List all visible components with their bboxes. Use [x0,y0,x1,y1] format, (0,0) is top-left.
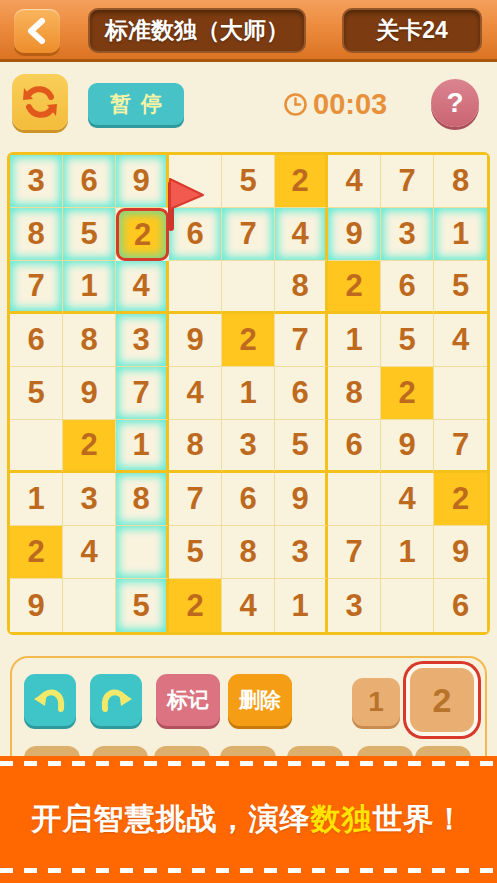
cell-r1-c7[interactable]: 4 [328,155,381,208]
cell-r7-c2[interactable]: 3 [63,473,116,526]
cell-r5-c5[interactable]: 1 [222,367,275,420]
dashed-line-bottom [0,868,497,873]
cell-r9-c6[interactable]: 1 [275,579,328,632]
pause-button[interactable]: 暂停 [88,83,184,125]
cell-r2-c3[interactable]: 2 [116,208,169,261]
cell-r9-c2[interactable] [63,579,116,632]
cell-r6-c1[interactable] [10,420,63,473]
undo-arrow-icon [33,685,67,715]
clock-icon [283,92,308,117]
cell-r4-c2[interactable]: 8 [63,314,116,367]
cell-r4-c1[interactable]: 6 [10,314,63,367]
cell-r1-c4[interactable] [169,155,222,208]
cell-r7-c6[interactable]: 9 [275,473,328,526]
header-bar: 标准数独（大师） 关卡24 [0,0,497,62]
cell-r2-c2[interactable]: 5 [63,208,116,261]
refresh-icon [21,83,59,121]
cell-r3-c6[interactable]: 8 [275,261,328,314]
cell-r5-c3[interactable]: 7 [116,367,169,420]
cell-r2-c6[interactable]: 4 [275,208,328,261]
cell-r9-c9[interactable]: 6 [434,579,487,632]
cell-r3-c1[interactable]: 7 [10,261,63,314]
cell-r9-c5[interactable]: 4 [222,579,275,632]
mark-button[interactable]: 标记 [156,674,220,726]
cell-r8-c7[interactable]: 7 [328,526,381,579]
cell-r7-c9[interactable]: 2 [434,473,487,526]
cell-r5-c2[interactable]: 9 [63,367,116,420]
cell-r9-c4[interactable]: 2 [169,579,222,632]
cell-r8-c3[interactable] [116,526,169,579]
cell-r2-c9[interactable]: 1 [434,208,487,261]
cell-r6-c3[interactable]: 1 [116,420,169,473]
cell-r2-c4[interactable]: 6 [169,208,222,261]
cell-r3-c5[interactable] [222,261,275,314]
cell-r1-c6[interactable]: 2 [275,155,328,208]
cell-r2-c1[interactable]: 8 [10,208,63,261]
promo-text: 开启智慧挑战，演绎数独世界！ [32,799,466,840]
cell-r4-c9[interactable]: 4 [434,314,487,367]
cell-r9-c1[interactable]: 9 [10,579,63,632]
cell-r1-c9[interactable]: 8 [434,155,487,208]
cell-r3-c2[interactable]: 1 [63,261,116,314]
cell-r8-c4[interactable]: 5 [169,526,222,579]
cell-r8-c9[interactable]: 9 [434,526,487,579]
cell-r2-c8[interactable]: 3 [381,208,434,261]
cell-r3-c4[interactable] [169,261,222,314]
cell-r7-c7[interactable] [328,473,381,526]
redo-button[interactable] [90,674,142,726]
cell-r3-c8[interactable]: 6 [381,261,434,314]
cell-r2-c7[interactable]: 9 [328,208,381,261]
cell-r5-c6[interactable]: 6 [275,367,328,420]
cell-r6-c2[interactable]: 2 [63,420,116,473]
sudoku-board: 3695247885267493171482656839271545974168… [7,152,490,635]
cell-r3-c3[interactable]: 4 [116,261,169,314]
cell-r3-c7[interactable]: 2 [328,261,381,314]
promo-banner[interactable]: 开启智慧挑战，演绎数独世界！ [0,756,497,883]
cell-r5-c7[interactable]: 8 [328,367,381,420]
cell-r1-c5[interactable]: 5 [222,155,275,208]
dashed-line-top [0,761,497,766]
cell-r6-c6[interactable]: 5 [275,420,328,473]
cell-r2-c5[interactable]: 7 [222,208,275,261]
level-badge: 关卡24 [342,8,482,53]
cell-r8-c2[interactable]: 4 [63,526,116,579]
cell-r7-c1[interactable]: 1 [10,473,63,526]
cell-r7-c4[interactable]: 7 [169,473,222,526]
question-mark-icon: ? [446,87,463,119]
cell-r5-c4[interactable]: 4 [169,367,222,420]
redo-arrow-icon [99,685,133,715]
cell-r4-c7[interactable]: 1 [328,314,381,367]
cell-r5-c1[interactable]: 5 [10,367,63,420]
page-title: 标准数独（大师） [88,8,306,53]
cell-r8-c5[interactable]: 8 [222,526,275,579]
undo-button[interactable] [24,674,76,726]
cell-r7-c5[interactable]: 6 [222,473,275,526]
cell-r8-c8[interactable]: 1 [381,526,434,579]
cell-r1-c8[interactable]: 7 [381,155,434,208]
cell-r8-c6[interactable]: 3 [275,526,328,579]
number-button-1[interactable]: 1 [352,678,400,726]
cell-r1-c1[interactable]: 3 [10,155,63,208]
number-button-2[interactable]: 2 [410,668,474,732]
cell-r4-c3[interactable]: 3 [116,314,169,367]
cell-r4-c6[interactable]: 7 [275,314,328,367]
cell-r6-c9[interactable]: 7 [434,420,487,473]
cell-r6-c8[interactable]: 9 [381,420,434,473]
cell-r9-c7[interactable]: 3 [328,579,381,632]
cell-r4-c8[interactable]: 5 [381,314,434,367]
cell-r6-c4[interactable]: 8 [169,420,222,473]
restart-button[interactable] [12,74,68,130]
cell-r6-c5[interactable]: 3 [222,420,275,473]
cell-r1-c3[interactable]: 9 [116,155,169,208]
cell-r9-c3[interactable]: 5 [116,579,169,632]
cell-r3-c9[interactable]: 5 [434,261,487,314]
chevron-left-icon [23,16,51,46]
cell-r4-c4[interactable]: 9 [169,314,222,367]
timer-value: 00:03 [313,88,387,121]
timer: 00:03 [283,88,387,120]
cell-r5-c8[interactable]: 2 [381,367,434,420]
cell-r9-c8[interactable] [381,579,434,632]
cell-r6-c7[interactable]: 6 [328,420,381,473]
cell-r4-c5[interactable]: 2 [222,314,275,367]
help-button[interactable]: ? [431,79,479,127]
back-button[interactable] [14,9,60,53]
delete-button[interactable]: 删除 [228,674,292,726]
cell-r1-c2[interactable]: 6 [63,155,116,208]
cell-r8-c1[interactable]: 2 [10,526,63,579]
cell-r7-c8[interactable]: 4 [381,473,434,526]
cell-r7-c3[interactable]: 8 [116,473,169,526]
cell-r5-c9[interactable] [434,367,487,420]
